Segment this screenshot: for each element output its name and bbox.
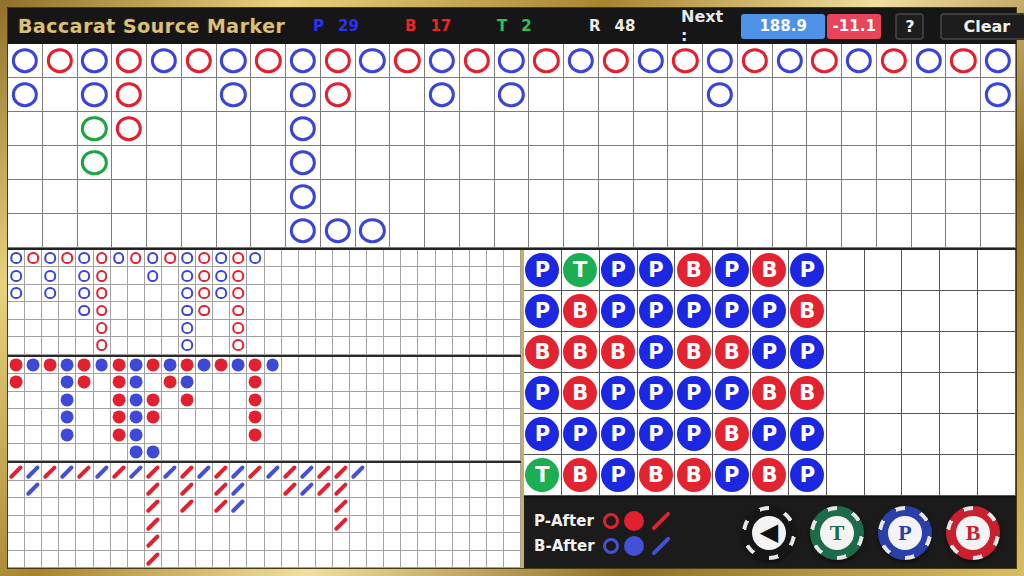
road-cell: [470, 337, 487, 354]
road-cell: [384, 337, 401, 354]
road-cell: B: [751, 455, 789, 496]
road-cell: [738, 78, 773, 112]
road-cell: [42, 481, 59, 498]
road-cell: [668, 112, 703, 146]
road-cell: [470, 481, 487, 498]
road-cell: [436, 250, 453, 267]
road-cell: [564, 180, 599, 214]
road-cell: [487, 337, 504, 354]
banker-counter-label: B: [405, 17, 416, 35]
road-cell: P: [562, 414, 600, 455]
road-cell: [59, 320, 76, 337]
ring-mark: [325, 82, 351, 108]
disc-mark: [112, 428, 125, 441]
road-cell: [76, 533, 93, 550]
road-cell: [196, 426, 213, 443]
road-cell: [453, 426, 470, 443]
road-cell: [504, 516, 521, 533]
road-cell: [333, 498, 350, 515]
ring-mark: [985, 48, 1011, 74]
ring-mark: [325, 218, 351, 244]
road-cell: P: [789, 414, 827, 455]
slash-mark: [333, 516, 348, 531]
road-cell: [978, 291, 1016, 332]
bead-mark: P: [715, 376, 749, 410]
road-cell: [230, 551, 247, 568]
road-cell: [179, 444, 196, 461]
road-cell: [25, 337, 42, 354]
road-cell: [94, 533, 111, 550]
road-cell: [265, 409, 282, 426]
road-cell: [247, 426, 264, 443]
road-cell: [634, 112, 669, 146]
road-cell: [247, 516, 264, 533]
road-cell: [350, 481, 367, 498]
road-cell: [299, 409, 316, 426]
road-cell: [316, 498, 333, 515]
road-cell: [425, 180, 460, 214]
road-cell: [59, 409, 76, 426]
road-cell: [213, 250, 230, 267]
red-slash-icon: [651, 511, 671, 531]
disc-mark: [249, 411, 262, 424]
road-cell: [182, 214, 217, 248]
ring-mark: [198, 287, 210, 299]
road-cell: [179, 320, 196, 337]
slash-mark: [299, 464, 314, 479]
road-cell: [316, 374, 333, 391]
road-cell: [217, 214, 252, 248]
road-cell: [299, 463, 316, 480]
road-cell: [265, 250, 282, 267]
ring-mark: [96, 287, 108, 299]
slash-mark: [282, 481, 297, 496]
banker-chip-button[interactable]: B: [946, 506, 1000, 560]
road-cell: [350, 409, 367, 426]
road-cell: [367, 320, 384, 337]
road-cell: [453, 444, 470, 461]
road-cell: [8, 426, 25, 443]
road-cell: [495, 214, 530, 248]
road-cell: [43, 214, 78, 248]
road-cell: [179, 426, 196, 443]
road-cell: [282, 337, 299, 354]
road-cell: [247, 392, 264, 409]
disc-mark: [181, 358, 194, 371]
road-cell: [8, 374, 25, 391]
road-cell: [401, 533, 418, 550]
road-cell: [42, 302, 59, 319]
road-cell: [470, 444, 487, 461]
road-cell: [529, 112, 564, 146]
road-cell: [877, 112, 912, 146]
road-cell: B: [675, 250, 713, 291]
road-cell: [350, 320, 367, 337]
road-cell: [196, 320, 213, 337]
road-cell: [76, 426, 93, 443]
road-cell: [350, 516, 367, 533]
slash-mark: [333, 499, 348, 514]
road-cell: B: [562, 332, 600, 373]
road-cell: [453, 250, 470, 267]
road-cell: [247, 409, 264, 426]
road-cell: [495, 180, 530, 214]
road-cell: [418, 533, 435, 550]
road-cell: [529, 180, 564, 214]
road-cell: [299, 498, 316, 515]
road-cell: [350, 551, 367, 568]
road-cell: [213, 426, 230, 443]
road-cell: [487, 250, 504, 267]
road-cell: [25, 374, 42, 391]
road-cell: [230, 250, 247, 267]
road-cell: [128, 444, 145, 461]
road-cell: [333, 409, 350, 426]
road-cell: [367, 463, 384, 480]
road-cell: [470, 551, 487, 568]
road-cell: B: [562, 291, 600, 332]
road-cell: [487, 409, 504, 426]
road-cell: [367, 302, 384, 319]
road-cell: [668, 44, 703, 78]
ring-mark: [198, 252, 210, 264]
road-cell: [230, 516, 247, 533]
bead-mark: B: [715, 335, 749, 369]
road-cell: [213, 320, 230, 337]
road-cell: [504, 250, 521, 267]
road-cell: [703, 112, 738, 146]
road-cell: [978, 332, 1016, 373]
bead-mark: B: [563, 335, 597, 369]
road-cell: [299, 551, 316, 568]
road-cell: [111, 337, 128, 354]
road-cell: [111, 357, 128, 374]
road-cell: [128, 426, 145, 443]
road-cell: [453, 357, 470, 374]
road-cell: [25, 551, 42, 568]
ring-mark: [96, 252, 108, 264]
road-cell: [42, 320, 59, 337]
road-cell: [333, 302, 350, 319]
road-cell: [265, 498, 282, 515]
road-cell: [384, 409, 401, 426]
road-cell: [418, 357, 435, 374]
road-cell: [8, 180, 43, 214]
road-cell: [865, 373, 903, 414]
road-cell: [350, 444, 367, 461]
road-cell: P: [789, 455, 827, 496]
road-cell: [333, 463, 350, 480]
road-cell: [94, 285, 111, 302]
road-cell: [668, 78, 703, 112]
ring-mark: [215, 252, 227, 264]
road-cell: [401, 302, 418, 319]
road-cell: [128, 250, 145, 267]
road-cell: [453, 463, 470, 480]
road-cell: [842, 180, 877, 214]
road-cell: [111, 498, 128, 515]
road-cell: [25, 250, 42, 267]
disc-mark: [10, 376, 23, 389]
road-cell: [128, 285, 145, 302]
road-cell: [196, 250, 213, 267]
road-cell: [8, 444, 25, 461]
road-cell: [529, 78, 564, 112]
road-cell: [247, 337, 264, 354]
road-cell: [94, 302, 111, 319]
disc-mark: [61, 428, 74, 441]
slash-mark: [299, 481, 314, 496]
road-cell: [460, 44, 495, 78]
road-cell: [128, 374, 145, 391]
road-cell: P: [638, 291, 676, 332]
ring-mark: [290, 218, 316, 244]
road-cell: [807, 180, 842, 214]
road-cell: [179, 392, 196, 409]
ring-mark: [81, 150, 107, 176]
slash-mark: [214, 464, 229, 479]
road-cell: P: [675, 291, 713, 332]
disc-mark: [44, 358, 57, 371]
road-cell: [111, 426, 128, 443]
road-cell: [42, 426, 59, 443]
road-cell: [162, 426, 179, 443]
road-cell: [179, 481, 196, 498]
road-cell: [179, 357, 196, 374]
road-cell: [333, 551, 350, 568]
road-cell: [111, 285, 128, 302]
road-cell: [487, 302, 504, 319]
road-cell: [981, 146, 1016, 180]
road-cell: [94, 409, 111, 426]
road-cell: [401, 357, 418, 374]
road-cell: P: [751, 414, 789, 455]
top-bar: Baccarat Source Marker P29 B17 T2 R48 Ne…: [8, 8, 1016, 44]
road-cell: [487, 551, 504, 568]
road-cell: [145, 409, 162, 426]
road-cell: [773, 44, 808, 78]
ring-mark: [359, 48, 385, 74]
road-cell: [425, 146, 460, 180]
road-cell: [487, 392, 504, 409]
ring-mark: [637, 48, 663, 74]
road-cell: [367, 409, 384, 426]
road-cell: [599, 146, 634, 180]
road-cell: [738, 44, 773, 78]
road-cell: [230, 481, 247, 498]
road-cell: [367, 426, 384, 443]
road-cell: [564, 44, 599, 78]
ring-mark: [96, 270, 108, 282]
road-cell: [470, 498, 487, 515]
road-cell: [8, 112, 43, 146]
road-cell: [350, 337, 367, 354]
road-cell: [265, 357, 282, 374]
road-cell: [316, 463, 333, 480]
ring-mark: [742, 48, 768, 74]
road-cell: P: [713, 291, 751, 332]
road-cell: [247, 320, 264, 337]
road-cell: [94, 481, 111, 498]
road-cell: [877, 44, 912, 78]
road-cell: [111, 374, 128, 391]
slash-mark: [145, 534, 160, 549]
bead-mark: P: [639, 417, 673, 451]
road-cell: [162, 392, 179, 409]
slash-mark: [77, 464, 92, 479]
help-button[interactable]: ?: [895, 13, 924, 40]
road-cell: [111, 409, 128, 426]
road-cell: [8, 267, 25, 284]
app-window: Baccarat Source Marker P29 B17 T2 R48 Ne…: [0, 0, 1024, 576]
road-cell: [912, 112, 947, 146]
ring-mark: [290, 150, 316, 176]
player-chip-label: P: [888, 516, 922, 550]
b-after-label: B-After: [534, 537, 598, 555]
road-cell: [940, 455, 978, 496]
tie-chip-button[interactable]: T: [810, 506, 864, 560]
road-cell: [940, 250, 978, 291]
road-cell: [401, 250, 418, 267]
slash-mark: [162, 464, 177, 479]
road-cell: [356, 44, 391, 78]
bead-mark: P: [525, 417, 559, 451]
score-counters: P29 B17 T2 R48: [313, 17, 681, 35]
bead-mark: B: [715, 417, 749, 451]
road-cell: [418, 285, 435, 302]
road-cell: [356, 146, 391, 180]
road-cell: [147, 214, 182, 248]
disc-mark: [78, 376, 91, 389]
road-cell: [8, 463, 25, 480]
tie-counter-label: T: [497, 17, 507, 35]
road-cell: P: [789, 332, 827, 373]
road-cell: [367, 551, 384, 568]
road-cell: [128, 498, 145, 515]
road-cell: [418, 392, 435, 409]
ring-mark: [215, 287, 227, 299]
ring-mark: [81, 48, 107, 74]
road-cell: [42, 463, 59, 480]
road-cell: [217, 112, 252, 146]
road-cell: [282, 357, 299, 374]
clear-button[interactable]: Clear: [940, 13, 1024, 40]
disc-mark: [146, 393, 159, 406]
ring-mark: [116, 48, 142, 74]
blue-disc-icon: [624, 536, 644, 556]
road-cell: [316, 267, 333, 284]
road-cell: [504, 374, 521, 391]
road-cell: [247, 533, 264, 550]
road-cell: [418, 426, 435, 443]
road-cell: [230, 444, 247, 461]
road-cell: [333, 250, 350, 267]
legend-chip-bar: P-After B-After: [524, 498, 1016, 568]
slash-mark: [26, 464, 41, 479]
road-cell: [738, 146, 773, 180]
road-cell: [401, 463, 418, 480]
road-cell: [321, 112, 356, 146]
road-cell: [247, 302, 264, 319]
road-cell: [634, 214, 669, 248]
road-cell: [299, 285, 316, 302]
road-cell: [265, 444, 282, 461]
road-cell: [145, 481, 162, 498]
road-cell: [213, 498, 230, 515]
bead-mark: P: [525, 294, 559, 328]
bead-mark: B: [752, 253, 786, 287]
road-cell: [282, 551, 299, 568]
bead-mark: P: [715, 253, 749, 287]
road-cell: [196, 267, 213, 284]
road-cell: [213, 357, 230, 374]
undo-chip-button[interactable]: ◀: [742, 506, 796, 560]
bead-mark: B: [790, 376, 824, 410]
road-cell: [470, 250, 487, 267]
road-cell: [599, 112, 634, 146]
bead-mark: T: [525, 458, 559, 492]
road-cell: [316, 320, 333, 337]
road-cell: [436, 426, 453, 443]
road-cell: [265, 302, 282, 319]
road-cell: P: [524, 291, 562, 332]
road-cell: [251, 146, 286, 180]
road-cell: [401, 516, 418, 533]
road-cell: [25, 267, 42, 284]
road-cell: [436, 444, 453, 461]
road-cell: [145, 498, 162, 515]
road-cell: [460, 180, 495, 214]
slash-mark: [333, 464, 348, 479]
ring-mark: [250, 252, 262, 264]
ring-mark: [290, 48, 316, 74]
road-cell: [384, 516, 401, 533]
road-cell: [282, 444, 299, 461]
road-cell: [418, 374, 435, 391]
road-cell: B: [789, 373, 827, 414]
ring-mark: [181, 305, 193, 317]
road-cell: T: [562, 250, 600, 291]
road-cell: [504, 285, 521, 302]
road-cell: [8, 516, 25, 533]
road-cell: [436, 392, 453, 409]
bead-mark: P: [752, 417, 786, 451]
road-cell: [213, 374, 230, 391]
ring-mark: [96, 340, 108, 352]
ring-mark: [147, 252, 159, 264]
road-cell: [196, 392, 213, 409]
ring-mark: [707, 48, 733, 74]
road-cell: [401, 374, 418, 391]
disc-mark: [129, 358, 142, 371]
road-cell: [877, 78, 912, 112]
road-cell: [827, 455, 865, 496]
undo-arrow-icon: ◀: [752, 516, 786, 550]
road-cell: [128, 463, 145, 480]
road-cell: [42, 444, 59, 461]
road-cell: [384, 551, 401, 568]
road-cell: [842, 214, 877, 248]
road-cell: [145, 302, 162, 319]
big-eye-road-grid: [8, 250, 521, 355]
road-cell: [865, 455, 903, 496]
road-cell: [436, 320, 453, 337]
road-cell: [182, 146, 217, 180]
road-cell: [390, 44, 425, 78]
road-cell: [470, 533, 487, 550]
disc-mark: [95, 358, 108, 371]
player-chip-button[interactable]: P: [878, 506, 932, 560]
